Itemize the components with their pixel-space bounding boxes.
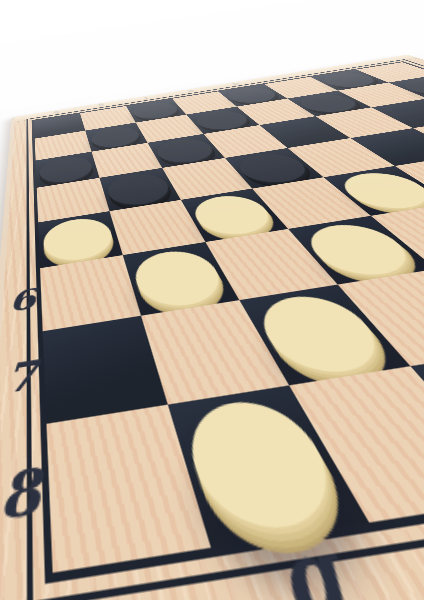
far-rail-mark: h <box>50 110 63 115</box>
board-photo: ●●●●●●●●●●●●●●●●●● 6 7 8 g hgfed <box>0 0 424 600</box>
rank-label-6: 6 <box>2 284 42 317</box>
far-rail-mark: g <box>94 103 108 108</box>
far-rail-mark: e <box>183 89 198 94</box>
far-rail-mark: d <box>228 82 244 87</box>
far-rail-mark: f <box>139 96 153 101</box>
file-label-g: g <box>249 524 378 600</box>
rank-label-7: 7 <box>0 354 45 401</box>
play-area: ●●●●●●●●●●●●●●●●●● <box>34 62 424 573</box>
rank-label-8: 8 <box>0 459 51 531</box>
checkers-board: ●●●●●●●●●●●●●●●●●● 6 7 8 g hgfed <box>0 55 424 600</box>
